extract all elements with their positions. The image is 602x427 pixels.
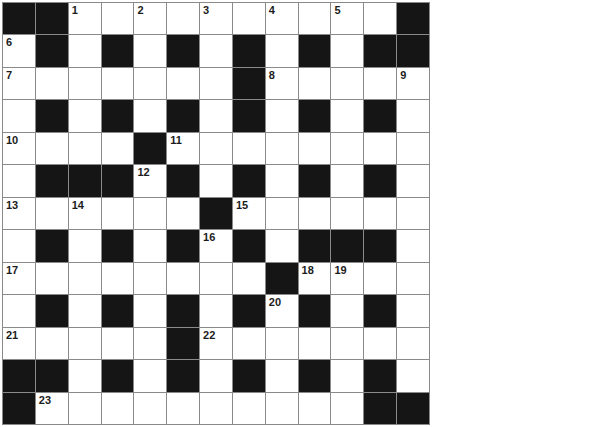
black-cell	[364, 35, 396, 66]
white-cell[interactable]	[331, 198, 363, 229]
white-cell[interactable]	[364, 68, 396, 99]
white-cell[interactable]: 9	[397, 68, 429, 99]
white-cell[interactable]	[266, 100, 298, 131]
clue-number: 16	[203, 231, 215, 243]
white-cell[interactable]	[102, 133, 134, 164]
white-cell[interactable]	[397, 263, 429, 294]
white-cell[interactable]	[331, 393, 363, 424]
white-cell[interactable]	[397, 360, 429, 391]
white-cell[interactable]: 22	[200, 328, 232, 359]
black-cell	[36, 295, 68, 326]
black-cell	[397, 3, 429, 34]
white-cell[interactable]	[364, 263, 396, 294]
white-cell[interactable]	[134, 328, 166, 359]
clue-number: 18	[302, 264, 314, 276]
black-cell	[102, 295, 134, 326]
white-cell[interactable]	[266, 393, 298, 424]
black-cell	[233, 35, 265, 66]
white-cell[interactable]	[397, 328, 429, 359]
black-cell	[167, 360, 199, 391]
white-cell[interactable]: 13	[3, 198, 35, 229]
white-cell[interactable]	[266, 198, 298, 229]
white-cell[interactable]	[36, 133, 68, 164]
white-cell[interactable]	[364, 198, 396, 229]
white-cell[interactable]	[397, 165, 429, 196]
white-cell[interactable]	[364, 133, 396, 164]
white-cell[interactable]	[167, 263, 199, 294]
white-cell[interactable]: 16	[200, 230, 232, 261]
black-cell	[299, 165, 331, 196]
clue-number: 15	[236, 199, 248, 211]
white-cell[interactable]	[266, 360, 298, 391]
clue-number: 10	[6, 134, 18, 146]
white-cell[interactable]	[331, 35, 363, 66]
clue-number: 9	[400, 69, 406, 81]
white-cell[interactable]	[266, 133, 298, 164]
black-cell	[36, 165, 68, 196]
black-cell	[167, 165, 199, 196]
white-cell[interactable]: 4	[266, 3, 298, 34]
black-cell	[167, 100, 199, 131]
clue-number: 4	[269, 4, 275, 16]
black-cell	[233, 360, 265, 391]
white-cell[interactable]	[397, 133, 429, 164]
white-cell[interactable]	[36, 198, 68, 229]
white-cell[interactable]	[134, 68, 166, 99]
white-cell[interactable]	[167, 393, 199, 424]
black-cell	[102, 360, 134, 391]
black-cell	[233, 295, 265, 326]
white-cell[interactable]	[200, 263, 232, 294]
white-cell[interactable]	[299, 68, 331, 99]
white-cell[interactable]	[299, 133, 331, 164]
clue-number: 12	[137, 166, 149, 178]
white-cell[interactable]: 7	[3, 68, 35, 99]
black-cell	[36, 35, 68, 66]
white-cell[interactable]	[397, 230, 429, 261]
white-cell[interactable]	[200, 360, 232, 391]
black-cell	[233, 165, 265, 196]
black-cell	[36, 3, 68, 34]
white-cell[interactable]	[266, 230, 298, 261]
white-cell[interactable]	[331, 165, 363, 196]
black-cell	[134, 133, 166, 164]
black-cell	[36, 100, 68, 131]
white-cell[interactable]	[134, 295, 166, 326]
white-cell[interactable]	[167, 3, 199, 34]
black-cell	[102, 165, 134, 196]
white-cell[interactable]: 20	[266, 295, 298, 326]
black-cell	[397, 35, 429, 66]
white-cell[interactable]	[102, 263, 134, 294]
white-cell[interactable]: 12	[134, 165, 166, 196]
black-cell	[364, 360, 396, 391]
white-cell[interactable]	[233, 3, 265, 34]
white-cell[interactable]	[331, 295, 363, 326]
white-cell[interactable]: 10	[3, 133, 35, 164]
clue-number: 19	[334, 264, 346, 276]
white-cell[interactable]: 15	[233, 198, 265, 229]
white-cell[interactable]	[102, 328, 134, 359]
white-cell[interactable]	[233, 133, 265, 164]
white-cell[interactable]	[331, 328, 363, 359]
black-cell	[36, 360, 68, 391]
black-cell	[36, 230, 68, 261]
white-cell[interactable]	[3, 230, 35, 261]
black-cell	[364, 100, 396, 131]
white-cell[interactable]	[69, 133, 101, 164]
white-cell[interactable]	[200, 35, 232, 66]
white-cell[interactable]: 1	[69, 3, 101, 34]
white-cell[interactable]	[69, 360, 101, 391]
clue-number: 22	[203, 329, 215, 341]
black-cell	[266, 263, 298, 294]
white-cell[interactable]	[200, 68, 232, 99]
white-cell[interactable]	[69, 328, 101, 359]
white-cell[interactable]	[233, 328, 265, 359]
white-cell[interactable]: 19	[331, 263, 363, 294]
black-cell	[299, 360, 331, 391]
white-cell[interactable]	[102, 3, 134, 34]
clue-number: 20	[269, 296, 281, 308]
black-cell	[299, 230, 331, 261]
black-cell	[364, 393, 396, 424]
white-cell[interactable]	[299, 3, 331, 34]
white-cell[interactable]	[134, 360, 166, 391]
white-cell[interactable]: 2	[134, 3, 166, 34]
white-cell[interactable]: 14	[69, 198, 101, 229]
white-cell[interactable]	[299, 328, 331, 359]
white-cell[interactable]	[36, 263, 68, 294]
black-cell	[397, 393, 429, 424]
white-cell[interactable]	[69, 68, 101, 99]
white-cell[interactable]	[397, 295, 429, 326]
white-cell[interactable]: 6	[3, 35, 35, 66]
white-cell[interactable]	[200, 100, 232, 131]
black-cell	[299, 100, 331, 131]
white-cell[interactable]	[134, 35, 166, 66]
black-cell	[69, 165, 101, 196]
white-cell[interactable]: 18	[299, 263, 331, 294]
white-cell[interactable]	[167, 68, 199, 99]
black-cell	[167, 328, 199, 359]
white-cell[interactable]	[69, 230, 101, 261]
white-cell[interactable]	[331, 360, 363, 391]
white-cell[interactable]	[36, 328, 68, 359]
black-cell	[364, 230, 396, 261]
white-cell[interactable]	[167, 198, 199, 229]
white-cell[interactable]	[69, 35, 101, 66]
clue-number: 11	[170, 134, 182, 146]
white-cell[interactable]	[102, 198, 134, 229]
white-cell[interactable]	[200, 165, 232, 196]
clue-number: 14	[72, 199, 84, 211]
black-cell	[200, 198, 232, 229]
clue-number: 17	[6, 264, 18, 276]
clue-number: 23	[39, 394, 51, 406]
white-cell[interactable]	[3, 100, 35, 131]
white-cell[interactable]	[3, 165, 35, 196]
white-cell[interactable]	[3, 295, 35, 326]
black-cell	[364, 295, 396, 326]
white-cell[interactable]: 8	[266, 68, 298, 99]
white-cell[interactable]	[299, 393, 331, 424]
white-cell[interactable]	[69, 263, 101, 294]
clue-number: 13	[6, 199, 18, 211]
crossword-page: 1234567891011121314151617181920212223	[0, 0, 602, 427]
black-cell	[233, 100, 265, 131]
white-cell[interactable]	[69, 393, 101, 424]
black-cell	[167, 295, 199, 326]
black-cell	[167, 230, 199, 261]
white-cell[interactable]	[364, 3, 396, 34]
clue-number: 5	[334, 4, 340, 16]
clue-number: 3	[203, 4, 209, 16]
crossword-grid: 1234567891011121314151617181920212223	[2, 2, 430, 425]
white-cell[interactable]	[331, 68, 363, 99]
white-cell[interactable]	[134, 198, 166, 229]
white-cell[interactable]	[69, 295, 101, 326]
black-cell	[299, 295, 331, 326]
white-cell[interactable]	[36, 68, 68, 99]
white-cell[interactable]: 11	[167, 133, 199, 164]
black-cell	[102, 230, 134, 261]
black-cell	[102, 35, 134, 66]
black-cell	[364, 165, 396, 196]
black-cell	[233, 230, 265, 261]
black-cell	[3, 393, 35, 424]
clue-number: 7	[6, 69, 12, 81]
white-cell[interactable]: 3	[200, 3, 232, 34]
white-cell[interactable]	[134, 230, 166, 261]
white-cell[interactable]	[233, 263, 265, 294]
black-cell	[3, 3, 35, 34]
clue-number: 21	[6, 329, 18, 341]
clue-number: 6	[6, 36, 12, 48]
white-cell[interactable]	[364, 328, 396, 359]
white-cell[interactable]	[200, 295, 232, 326]
clue-number: 8	[269, 69, 275, 81]
black-cell	[233, 68, 265, 99]
black-cell	[331, 230, 363, 261]
white-cell[interactable]	[134, 393, 166, 424]
clue-number: 2	[137, 4, 143, 16]
black-cell	[3, 360, 35, 391]
white-cell[interactable]	[266, 165, 298, 196]
white-cell[interactable]	[200, 393, 232, 424]
white-cell[interactable]	[266, 328, 298, 359]
white-cell[interactable]	[299, 198, 331, 229]
white-cell[interactable]: 5	[331, 3, 363, 34]
white-cell[interactable]	[233, 393, 265, 424]
white-cell[interactable]	[102, 68, 134, 99]
white-cell[interactable]: 21	[3, 328, 35, 359]
white-cell[interactable]	[200, 133, 232, 164]
white-cell[interactable]	[134, 263, 166, 294]
black-cell	[299, 35, 331, 66]
white-cell[interactable]	[266, 35, 298, 66]
clue-number: 1	[72, 4, 78, 16]
white-cell[interactable]	[397, 100, 429, 131]
white-cell[interactable]	[102, 393, 134, 424]
black-cell	[102, 100, 134, 131]
white-cell[interactable]	[331, 100, 363, 131]
white-cell[interactable]: 23	[36, 393, 68, 424]
white-cell[interactable]	[397, 198, 429, 229]
black-cell	[167, 35, 199, 66]
white-cell[interactable]	[69, 100, 101, 131]
white-cell[interactable]	[134, 100, 166, 131]
white-cell[interactable]	[331, 133, 363, 164]
white-cell[interactable]: 17	[3, 263, 35, 294]
